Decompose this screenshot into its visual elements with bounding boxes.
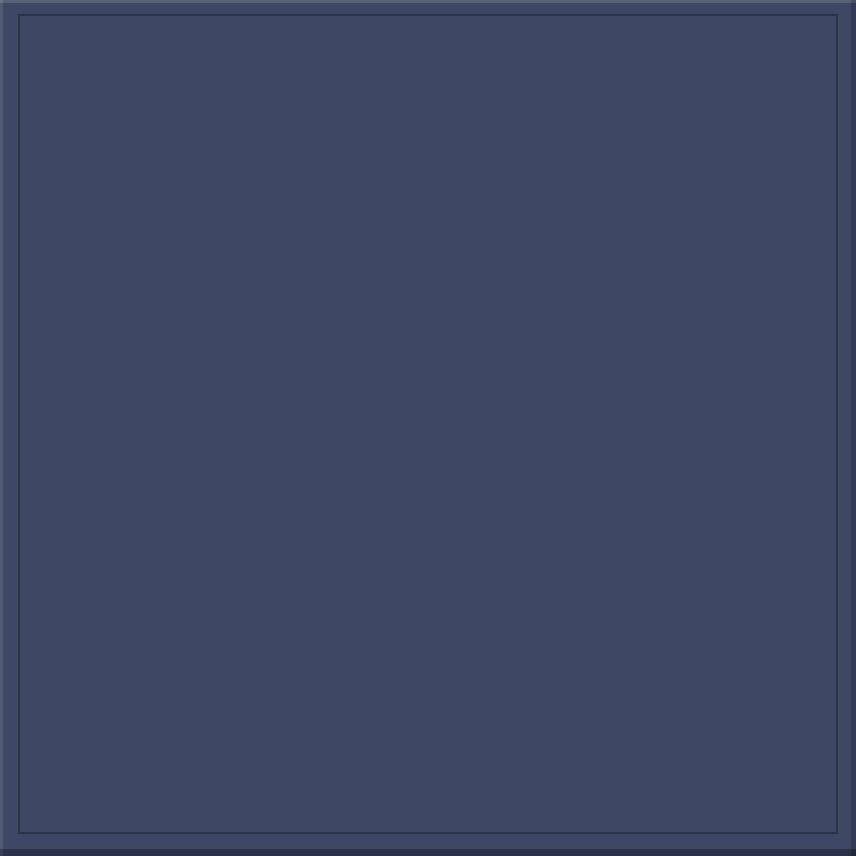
frame-bevel-left [0, 0, 3, 856]
chess-board [20, 16, 836, 832]
chess-board-window [0, 0, 856, 856]
frame-bevel-right [851, 0, 856, 856]
rank-labels [0, 16, 20, 832]
frame-bevel-bottom [0, 849, 856, 856]
frame-bevel-top [0, 0, 856, 3]
